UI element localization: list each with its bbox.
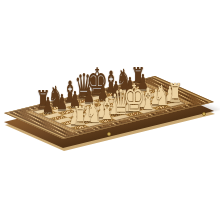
side-latch-icon: [202, 112, 206, 116]
product-photo: ♜♞♝♛♚♝♞♜♟♟♟♟♟♟♟♟♟♟♟♟♟♟♟♟♜♞♝♛♚♝♞♜: [0, 0, 220, 200]
front-latch-icon: [107, 132, 111, 136]
